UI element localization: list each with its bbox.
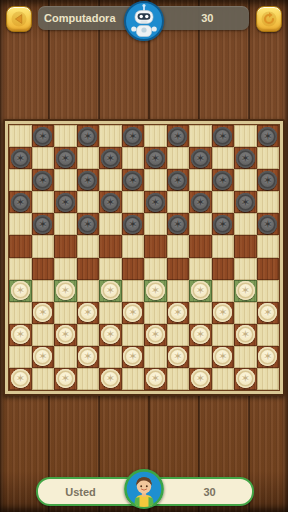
board-square[interactable]: ✶ bbox=[32, 302, 55, 324]
checker-piece-dark[interactable]: ✶ bbox=[258, 171, 277, 190]
board-square[interactable]: ✶ bbox=[257, 169, 280, 191]
checker-piece-white[interactable]: ✶ bbox=[168, 303, 187, 322]
board-square[interactable] bbox=[122, 324, 145, 346]
checker-piece-white[interactable]: ✶ bbox=[258, 303, 277, 322]
board-square[interactable] bbox=[54, 346, 77, 368]
board-square[interactable]: ✶ bbox=[257, 213, 280, 235]
board-square[interactable]: ✶ bbox=[212, 213, 235, 235]
board-square[interactable] bbox=[212, 235, 235, 257]
board-square[interactable]: ✶ bbox=[9, 147, 32, 169]
checker-piece-dark[interactable]: ✶ bbox=[258, 215, 277, 234]
board-square[interactable]: ✶ bbox=[9, 324, 32, 346]
undo-button[interactable] bbox=[256, 6, 282, 32]
checker-piece-white[interactable]: ✶ bbox=[101, 281, 120, 300]
checker-piece-white[interactable]: ✶ bbox=[101, 325, 120, 344]
board-square[interactable]: ✶ bbox=[122, 169, 145, 191]
board-square[interactable] bbox=[99, 213, 122, 235]
board-square[interactable]: ✶ bbox=[144, 191, 167, 213]
board-square[interactable] bbox=[257, 324, 280, 346]
board-square[interactable]: ✶ bbox=[234, 324, 257, 346]
board-square[interactable] bbox=[144, 125, 167, 147]
board-square[interactable]: ✶ bbox=[32, 125, 55, 147]
checker-piece-dark[interactable]: ✶ bbox=[213, 127, 232, 146]
board-square[interactable]: ✶ bbox=[167, 213, 190, 235]
board-square[interactable] bbox=[189, 235, 212, 257]
checker-piece-dark[interactable]: ✶ bbox=[78, 171, 97, 190]
robot-avatar-icon bbox=[124, 1, 164, 41]
checker-piece-white[interactable]: ✶ bbox=[236, 369, 255, 388]
checker-piece-dark[interactable]: ✶ bbox=[168, 171, 187, 190]
board-square[interactable]: ✶ bbox=[144, 324, 167, 346]
board-square[interactable] bbox=[77, 258, 100, 280]
checker-piece-dark[interactable]: ✶ bbox=[123, 171, 142, 190]
board-square[interactable] bbox=[122, 147, 145, 169]
checker-piece-white[interactable]: ✶ bbox=[11, 369, 30, 388]
checkers-board: ✶✶✶✶✶✶✶✶✶✶✶✶✶✶✶✶✶✶✶✶✶✶✶✶✶✶✶✶✶✶✶✶✶✶✶✶✶✶✶✶… bbox=[8, 124, 280, 391]
checker-piece-white[interactable]: ✶ bbox=[213, 303, 232, 322]
board-square[interactable] bbox=[234, 169, 257, 191]
board-square[interactable]: ✶ bbox=[167, 346, 190, 368]
checker-piece-dark[interactable]: ✶ bbox=[236, 193, 255, 212]
board-square[interactable] bbox=[167, 368, 190, 390]
board-square[interactable]: ✶ bbox=[189, 191, 212, 213]
board-square[interactable] bbox=[9, 213, 32, 235]
board-square[interactable]: ✶ bbox=[167, 125, 190, 147]
board-square[interactable] bbox=[122, 235, 145, 257]
board-square[interactable] bbox=[99, 346, 122, 368]
checker-piece-dark[interactable]: ✶ bbox=[213, 171, 232, 190]
checker-piece-dark[interactable]: ✶ bbox=[168, 127, 187, 146]
board-square[interactable] bbox=[167, 324, 190, 346]
board-square[interactable]: ✶ bbox=[32, 169, 55, 191]
checker-piece-dark[interactable]: ✶ bbox=[101, 149, 120, 168]
board-square[interactable]: ✶ bbox=[234, 368, 257, 390]
board-square[interactable] bbox=[212, 324, 235, 346]
board-square[interactable] bbox=[144, 346, 167, 368]
board-square[interactable] bbox=[54, 302, 77, 324]
checker-piece-white[interactable]: ✶ bbox=[123, 303, 142, 322]
board-square[interactable] bbox=[9, 302, 32, 324]
board-square[interactable]: ✶ bbox=[234, 191, 257, 213]
board-square[interactable] bbox=[9, 235, 32, 257]
board-square[interactable] bbox=[32, 235, 55, 257]
board-square[interactable]: ✶ bbox=[212, 302, 235, 324]
checker-piece-dark[interactable]: ✶ bbox=[258, 127, 277, 146]
board-square[interactable] bbox=[189, 169, 212, 191]
board-square[interactable]: ✶ bbox=[54, 147, 77, 169]
checker-piece-white[interactable]: ✶ bbox=[168, 347, 187, 366]
player-name: Usted bbox=[38, 486, 123, 498]
board-square[interactable] bbox=[54, 169, 77, 191]
board-square[interactable] bbox=[54, 235, 77, 257]
board-square[interactable] bbox=[9, 169, 32, 191]
board-square[interactable]: ✶ bbox=[99, 147, 122, 169]
board-square[interactable]: ✶ bbox=[257, 346, 280, 368]
board-square[interactable] bbox=[257, 191, 280, 213]
checker-piece-dark[interactable]: ✶ bbox=[236, 149, 255, 168]
board-square[interactable]: ✶ bbox=[189, 280, 212, 302]
board-square[interactable]: ✶ bbox=[99, 191, 122, 213]
board-square[interactable] bbox=[77, 280, 100, 302]
board-square[interactable]: ✶ bbox=[54, 280, 77, 302]
undo-icon bbox=[260, 10, 278, 28]
board-square[interactable] bbox=[212, 368, 235, 390]
board-square[interactable] bbox=[99, 302, 122, 324]
checker-piece-dark[interactable]: ✶ bbox=[191, 193, 210, 212]
board-square[interactable] bbox=[9, 346, 32, 368]
board-square[interactable] bbox=[122, 191, 145, 213]
board-square[interactable]: ✶ bbox=[32, 346, 55, 368]
checker-piece-white[interactable]: ✶ bbox=[213, 347, 232, 366]
board-square[interactable]: ✶ bbox=[189, 368, 212, 390]
opponent-avatar bbox=[124, 1, 164, 41]
board-square[interactable] bbox=[9, 125, 32, 147]
checker-piece-white[interactable]: ✶ bbox=[191, 325, 210, 344]
board-square[interactable] bbox=[77, 368, 100, 390]
board-square[interactable] bbox=[257, 258, 280, 280]
boy-avatar-icon bbox=[124, 469, 164, 509]
checkers-game-screen: Computadora 30 bbox=[0, 0, 288, 512]
board-square[interactable] bbox=[234, 258, 257, 280]
checker-piece-dark[interactable]: ✶ bbox=[78, 215, 97, 234]
board-square[interactable] bbox=[144, 235, 167, 257]
board-square[interactable] bbox=[99, 125, 122, 147]
board-square[interactable] bbox=[54, 125, 77, 147]
board-square[interactable]: ✶ bbox=[257, 302, 280, 324]
checker-piece-dark[interactable]: ✶ bbox=[56, 149, 75, 168]
board-square[interactable]: ✶ bbox=[54, 191, 77, 213]
board-square[interactable] bbox=[189, 125, 212, 147]
board-square[interactable] bbox=[234, 302, 257, 324]
board-square[interactable]: ✶ bbox=[77, 169, 100, 191]
board-square[interactable] bbox=[32, 324, 55, 346]
board-square[interactable]: ✶ bbox=[77, 302, 100, 324]
opponent-piece-count: 30 bbox=[166, 12, 250, 24]
board-square[interactable]: ✶ bbox=[77, 213, 100, 235]
board-square[interactable]: ✶ bbox=[9, 191, 32, 213]
board-square[interactable] bbox=[54, 213, 77, 235]
board-square[interactable] bbox=[9, 258, 32, 280]
board-square[interactable] bbox=[234, 346, 257, 368]
checker-piece-white[interactable]: ✶ bbox=[33, 303, 52, 322]
checker-piece-dark[interactable]: ✶ bbox=[11, 193, 30, 212]
checker-piece-white[interactable]: ✶ bbox=[56, 369, 75, 388]
board-square[interactable]: ✶ bbox=[167, 169, 190, 191]
board-square[interactable]: ✶ bbox=[122, 302, 145, 324]
board-square[interactable]: ✶ bbox=[212, 346, 235, 368]
checker-piece-dark[interactable]: ✶ bbox=[33, 171, 52, 190]
board-square[interactable]: ✶ bbox=[9, 280, 32, 302]
board-square[interactable] bbox=[234, 125, 257, 147]
board-square[interactable]: ✶ bbox=[144, 368, 167, 390]
board-square[interactable] bbox=[54, 258, 77, 280]
board-square[interactable] bbox=[212, 147, 235, 169]
board-square[interactable] bbox=[144, 258, 167, 280]
board-square[interactable]: ✶ bbox=[54, 324, 77, 346]
board-square[interactable]: ✶ bbox=[99, 324, 122, 346]
checker-piece-white[interactable]: ✶ bbox=[56, 325, 75, 344]
checker-piece-dark[interactable]: ✶ bbox=[213, 215, 232, 234]
board-square[interactable]: ✶ bbox=[144, 280, 167, 302]
checker-piece-white[interactable]: ✶ bbox=[11, 281, 30, 300]
checker-piece-dark[interactable]: ✶ bbox=[33, 127, 52, 146]
board-square[interactable] bbox=[99, 235, 122, 257]
board-frame: ✶✶✶✶✶✶✶✶✶✶✶✶✶✶✶✶✶✶✶✶✶✶✶✶✶✶✶✶✶✶✶✶✶✶✶✶✶✶✶✶… bbox=[3, 119, 285, 396]
board-square[interactable]: ✶ bbox=[234, 147, 257, 169]
board-square[interactable] bbox=[32, 191, 55, 213]
board-square[interactable] bbox=[99, 169, 122, 191]
board-square[interactable] bbox=[189, 258, 212, 280]
board-square[interactable] bbox=[32, 280, 55, 302]
checker-piece-white[interactable]: ✶ bbox=[78, 347, 97, 366]
board-square[interactable] bbox=[189, 346, 212, 368]
checker-piece-dark[interactable]: ✶ bbox=[101, 193, 120, 212]
board-square[interactable]: ✶ bbox=[99, 280, 122, 302]
checker-piece-dark[interactable]: ✶ bbox=[168, 215, 187, 234]
board-square[interactable] bbox=[32, 147, 55, 169]
board-square[interactable]: ✶ bbox=[122, 213, 145, 235]
board-square[interactable] bbox=[32, 258, 55, 280]
board-square[interactable]: ✶ bbox=[32, 213, 55, 235]
board-square[interactable]: ✶ bbox=[144, 147, 167, 169]
checker-piece-white[interactable]: ✶ bbox=[56, 281, 75, 300]
player-piece-count: 30 bbox=[167, 486, 252, 498]
board-square[interactable]: ✶ bbox=[77, 125, 100, 147]
board-square[interactable]: ✶ bbox=[189, 147, 212, 169]
board-square[interactable]: ✶ bbox=[77, 346, 100, 368]
board-square[interactable] bbox=[144, 302, 167, 324]
checker-piece-dark[interactable]: ✶ bbox=[33, 215, 52, 234]
board-square[interactable] bbox=[144, 169, 167, 191]
board-square[interactable]: ✶ bbox=[99, 368, 122, 390]
checker-piece-white[interactable]: ✶ bbox=[236, 325, 255, 344]
board-square[interactable] bbox=[167, 191, 190, 213]
checker-piece-dark[interactable]: ✶ bbox=[123, 127, 142, 146]
checker-piece-white[interactable]: ✶ bbox=[33, 347, 52, 366]
board-square[interactable] bbox=[99, 258, 122, 280]
board-square[interactable]: ✶ bbox=[54, 368, 77, 390]
board-square[interactable] bbox=[167, 280, 190, 302]
checker-piece-white[interactable]: ✶ bbox=[146, 369, 165, 388]
checker-piece-white[interactable]: ✶ bbox=[258, 347, 277, 366]
checker-piece-white[interactable]: ✶ bbox=[123, 347, 142, 366]
checker-piece-white[interactable]: ✶ bbox=[191, 281, 210, 300]
checker-piece-white[interactable]: ✶ bbox=[101, 369, 120, 388]
board-square[interactable] bbox=[234, 235, 257, 257]
back-button[interactable] bbox=[6, 6, 32, 32]
board-square[interactable]: ✶ bbox=[167, 302, 190, 324]
board-square[interactable]: ✶ bbox=[122, 125, 145, 147]
board-square[interactable] bbox=[234, 213, 257, 235]
player-avatar bbox=[124, 469, 164, 509]
board-square[interactable] bbox=[167, 258, 190, 280]
checker-piece-dark[interactable]: ✶ bbox=[56, 193, 75, 212]
board-square[interactable] bbox=[122, 280, 145, 302]
board-square[interactable] bbox=[257, 280, 280, 302]
checker-piece-white[interactable]: ✶ bbox=[11, 325, 30, 344]
board-square[interactable]: ✶ bbox=[212, 169, 235, 191]
board-square[interactable] bbox=[257, 147, 280, 169]
checker-piece-dark[interactable]: ✶ bbox=[11, 149, 30, 168]
back-icon bbox=[10, 10, 28, 28]
board-square[interactable]: ✶ bbox=[234, 280, 257, 302]
opponent-name: Computadora bbox=[38, 12, 122, 24]
board-square[interactable] bbox=[257, 235, 280, 257]
checker-piece-dark[interactable]: ✶ bbox=[191, 149, 210, 168]
board-square[interactable]: ✶ bbox=[9, 368, 32, 390]
checker-piece-white[interactable]: ✶ bbox=[146, 325, 165, 344]
board-square[interactable]: ✶ bbox=[189, 324, 212, 346]
board-square[interactable] bbox=[32, 368, 55, 390]
board-square[interactable] bbox=[189, 213, 212, 235]
checker-piece-dark[interactable]: ✶ bbox=[123, 215, 142, 234]
board-square[interactable]: ✶ bbox=[212, 125, 235, 147]
board-square[interactable] bbox=[212, 258, 235, 280]
board-square[interactable] bbox=[212, 191, 235, 213]
checker-piece-dark[interactable]: ✶ bbox=[146, 149, 165, 168]
board-square[interactable] bbox=[189, 302, 212, 324]
board-square[interactable] bbox=[167, 235, 190, 257]
board-square[interactable] bbox=[144, 213, 167, 235]
board-square[interactable] bbox=[257, 368, 280, 390]
board-square[interactable] bbox=[122, 258, 145, 280]
checker-piece-dark[interactable]: ✶ bbox=[78, 127, 97, 146]
board-square[interactable] bbox=[77, 235, 100, 257]
board-square[interactable] bbox=[122, 368, 145, 390]
board-square[interactable] bbox=[77, 147, 100, 169]
board-square[interactable]: ✶ bbox=[257, 125, 280, 147]
board-square[interactable] bbox=[77, 191, 100, 213]
checker-piece-dark[interactable]: ✶ bbox=[146, 193, 165, 212]
checker-piece-white[interactable]: ✶ bbox=[78, 303, 97, 322]
board-square[interactable] bbox=[212, 280, 235, 302]
board-square[interactable] bbox=[77, 324, 100, 346]
checker-piece-white[interactable]: ✶ bbox=[191, 369, 210, 388]
board-square[interactable]: ✶ bbox=[122, 346, 145, 368]
checker-piece-white[interactable]: ✶ bbox=[236, 281, 255, 300]
board-square[interactable] bbox=[167, 147, 190, 169]
checker-piece-white[interactable]: ✶ bbox=[146, 281, 165, 300]
